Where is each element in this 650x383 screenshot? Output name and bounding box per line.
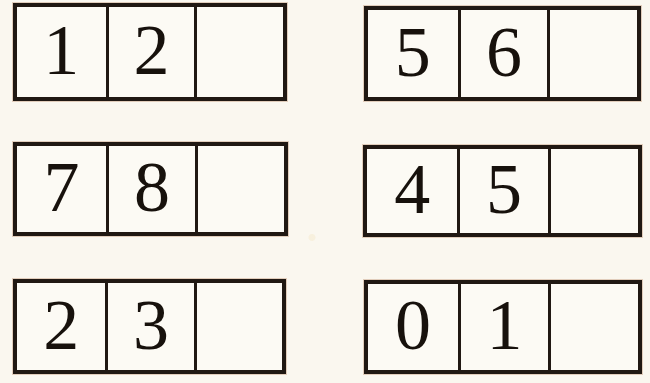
digit-cell: 3 (105, 283, 193, 370)
digit-cell: 1 (17, 7, 106, 97)
answer-cell[interactable] (195, 146, 284, 232)
answer-cell[interactable] (548, 149, 638, 233)
digit-cell: 2 (106, 7, 195, 97)
number-strip-1: 1 2 (13, 3, 287, 101)
answer-cell[interactable] (548, 284, 638, 370)
digit-cell: 6 (458, 10, 548, 97)
answer-cell[interactable] (194, 283, 282, 370)
digit-cell: 2 (17, 283, 105, 370)
number-strip-6: 0 1 (364, 280, 642, 374)
worksheet-page: 1 2 5 6 7 8 4 5 2 3 0 1 (0, 0, 650, 383)
number-strip-5: 2 3 (13, 279, 286, 374)
digit-cell: 5 (368, 10, 458, 97)
digit-cell: 4 (367, 149, 457, 233)
digit-cell: 5 (457, 149, 547, 233)
answer-cell[interactable] (547, 10, 637, 97)
number-strip-4: 4 5 (363, 145, 642, 237)
digit-cell: 0 (368, 284, 458, 370)
number-strip-2: 5 6 (364, 6, 641, 101)
number-strip-3: 7 8 (13, 142, 288, 236)
digit-cell: 8 (106, 146, 195, 232)
digit-cell: 1 (458, 284, 548, 370)
answer-cell[interactable] (194, 7, 283, 97)
digit-cell: 7 (17, 146, 106, 232)
